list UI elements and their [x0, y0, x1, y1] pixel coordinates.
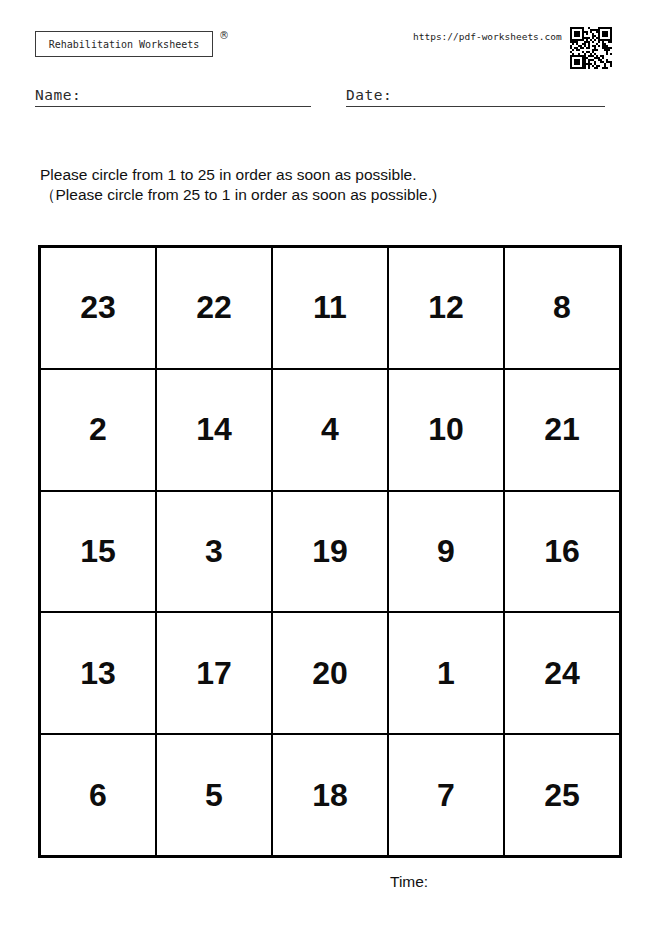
- cell-number: 11: [313, 289, 347, 326]
- grid-cell-r5c1[interactable]: 6: [40, 734, 156, 856]
- grid-cell-r1c5[interactable]: 8: [504, 247, 620, 369]
- grid-cell-r2c4[interactable]: 10: [388, 369, 504, 491]
- grid-cell-r1c2[interactable]: 22: [156, 247, 272, 369]
- instructions-line1: Please circle from 1 to 25 in order as s…: [40, 165, 437, 185]
- logo-text: Rehabilitation Worksheets: [49, 39, 200, 50]
- cell-number: 20: [312, 655, 348, 692]
- cell-number: 6: [89, 777, 107, 814]
- cell-number: 23: [80, 289, 116, 326]
- cell-number: 8: [553, 289, 571, 326]
- cell-number: 24: [544, 655, 580, 692]
- date-label: Date:: [346, 87, 392, 103]
- instructions: Please circle from 1 to 25 in order as s…: [40, 165, 437, 204]
- cell-number: 17: [196, 655, 232, 692]
- grid-cell-r4c1[interactable]: 13: [40, 612, 156, 734]
- worksheet-page: Rehabilitation Worksheets ® https://pdf-…: [0, 0, 664, 946]
- name-input-line[interactable]: [35, 106, 311, 107]
- qr-code-icon: [570, 27, 612, 69]
- logo-box: Rehabilitation Worksheets: [35, 31, 213, 57]
- grid-cell-r1c1[interactable]: 23: [40, 247, 156, 369]
- cell-number: 3: [205, 533, 223, 570]
- cell-number: 15: [80, 533, 116, 570]
- grid-cell-r2c1[interactable]: 2: [40, 369, 156, 491]
- site-url: https://pdf-worksheets.com: [413, 31, 562, 42]
- number-grid: 2322111282144102115319916131720124651872…: [38, 245, 622, 858]
- grid-cell-r3c4[interactable]: 9: [388, 491, 504, 613]
- cell-number: 10: [428, 411, 464, 448]
- cell-number: 2: [89, 411, 107, 448]
- cell-number: 7: [437, 777, 455, 814]
- grid-cell-r4c3[interactable]: 20: [272, 612, 388, 734]
- grid-cell-r3c2[interactable]: 3: [156, 491, 272, 613]
- instructions-line2: （Please circle from 25 to 1 in order as …: [40, 185, 437, 205]
- grid-cell-r5c4[interactable]: 7: [388, 734, 504, 856]
- grid-cell-r1c3[interactable]: 11: [272, 247, 388, 369]
- grid-cell-r5c3[interactable]: 18: [272, 734, 388, 856]
- cell-number: 9: [437, 533, 455, 570]
- name-label: Name:: [35, 87, 81, 103]
- grid-cell-r5c2[interactable]: 5: [156, 734, 272, 856]
- grid-cell-r2c5[interactable]: 21: [504, 369, 620, 491]
- cell-number: 4: [321, 411, 339, 448]
- cell-number: 1: [437, 655, 455, 692]
- cell-number: 12: [428, 289, 464, 326]
- time-label: Time:: [390, 873, 428, 891]
- cell-number: 21: [544, 411, 580, 448]
- date-input-line[interactable]: [346, 106, 605, 107]
- grid-cell-r3c3[interactable]: 19: [272, 491, 388, 613]
- cell-number: 22: [196, 289, 232, 326]
- grid-cell-r4c5[interactable]: 24: [504, 612, 620, 734]
- grid-cell-r2c3[interactable]: 4: [272, 369, 388, 491]
- cell-number: 25: [544, 777, 580, 814]
- grid-cell-r3c5[interactable]: 16: [504, 491, 620, 613]
- cell-number: 18: [312, 777, 348, 814]
- cell-number: 5: [205, 777, 223, 814]
- grid-cell-r2c2[interactable]: 14: [156, 369, 272, 491]
- grid-cell-r1c4[interactable]: 12: [388, 247, 504, 369]
- grid-cell-r5c5[interactable]: 25: [504, 734, 620, 856]
- grid-cell-r3c1[interactable]: 15: [40, 491, 156, 613]
- registered-trademark-icon: ®: [219, 30, 229, 41]
- cell-number: 19: [312, 533, 348, 570]
- cell-number: 14: [196, 411, 232, 448]
- cell-number: 16: [544, 533, 580, 570]
- cell-number: 13: [80, 655, 116, 692]
- grid-cell-r4c2[interactable]: 17: [156, 612, 272, 734]
- grid-cell-r4c4[interactable]: 1: [388, 612, 504, 734]
